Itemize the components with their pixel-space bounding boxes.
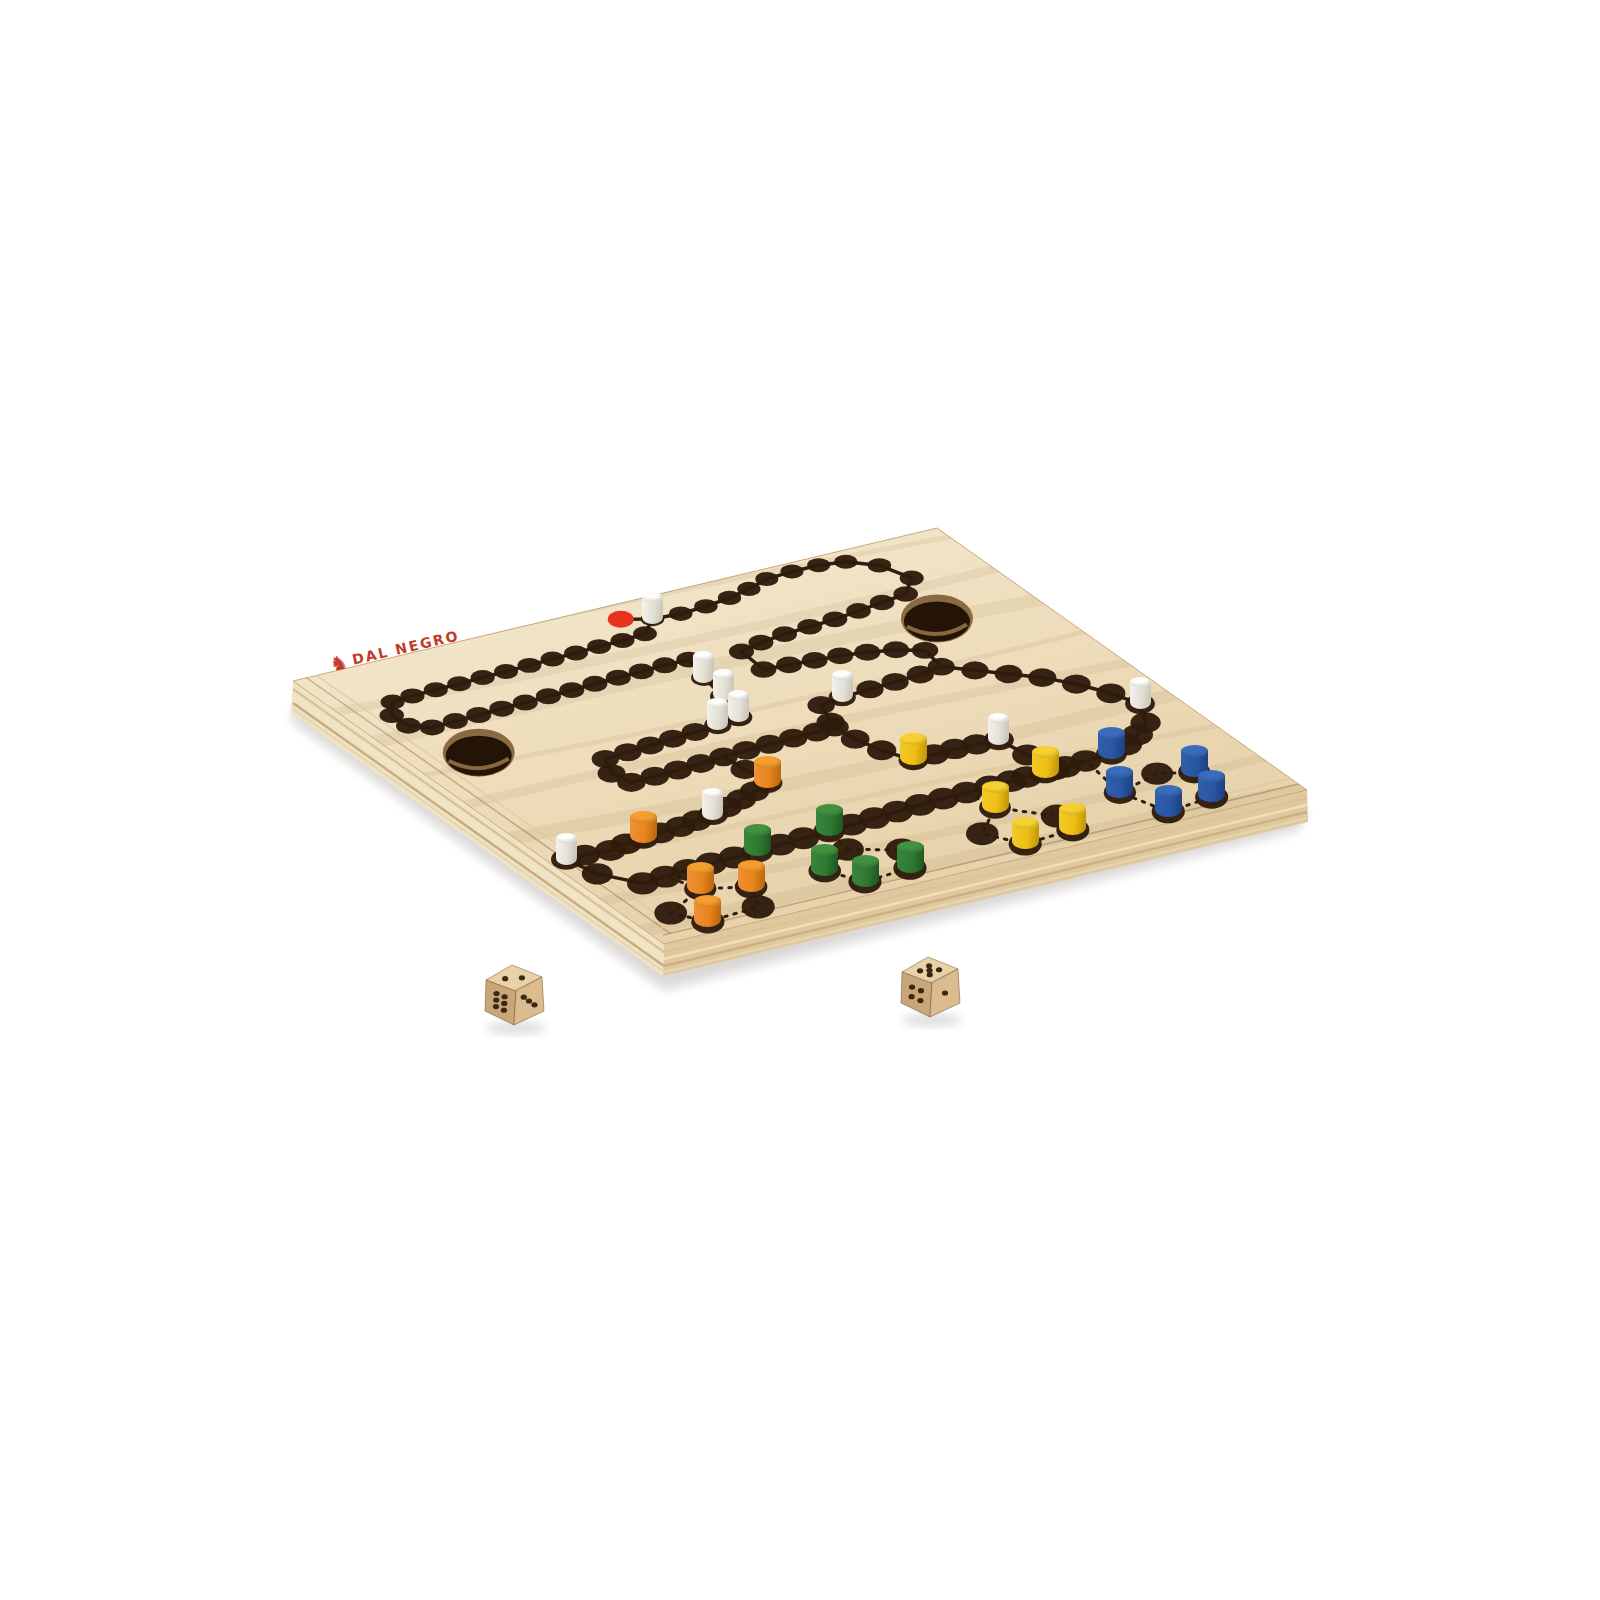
- peg-white[interactable]: [832, 670, 853, 702]
- peg-white[interactable]: [702, 788, 723, 820]
- peg-white[interactable]: [728, 690, 749, 722]
- peg-blue[interactable]: [1155, 785, 1182, 817]
- peg-green[interactable]: [897, 841, 924, 873]
- peg-white[interactable]: [693, 651, 714, 683]
- peg-orange[interactable]: [687, 862, 714, 894]
- peg-blue[interactable]: [1098, 727, 1125, 759]
- peg-green[interactable]: [811, 844, 838, 876]
- peg-orange[interactable]: [754, 756, 781, 788]
- peg-white[interactable]: [642, 592, 663, 624]
- peg-white[interactable]: [707, 698, 728, 730]
- peg-green[interactable]: [852, 855, 879, 887]
- product-photo-scene: ♞ DAL NEGRO: [0, 0, 1600, 1600]
- peg-white[interactable]: [556, 833, 577, 865]
- knight-emblem-icon: ♞: [328, 651, 350, 675]
- wooden-die-2[interactable]: [887, 945, 977, 1035]
- peg-blue[interactable]: [1106, 766, 1133, 798]
- wooden-die-1[interactable]: [471, 953, 561, 1043]
- peg-green[interactable]: [816, 804, 843, 836]
- peg-yellow[interactable]: [900, 733, 927, 765]
- peg-yellow[interactable]: [1059, 803, 1086, 835]
- peg-yellow[interactable]: [1032, 746, 1059, 778]
- peg-blue[interactable]: [1198, 770, 1225, 802]
- peg-green[interactable]: [744, 824, 771, 856]
- game-board: [0, 0, 1600, 1600]
- peg-orange[interactable]: [738, 860, 765, 892]
- peg-yellow[interactable]: [982, 781, 1009, 813]
- peg-white[interactable]: [1130, 677, 1151, 709]
- peg-yellow[interactable]: [1012, 817, 1039, 849]
- peg-white[interactable]: [988, 713, 1009, 745]
- peg-orange[interactable]: [630, 811, 657, 843]
- peg-orange[interactable]: [694, 895, 721, 927]
